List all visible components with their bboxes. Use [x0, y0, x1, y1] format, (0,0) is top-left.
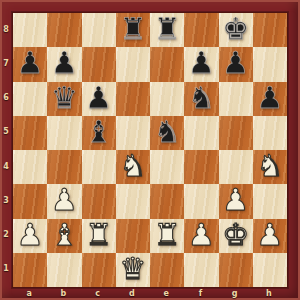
square-b5[interactable]: [47, 116, 81, 150]
file-label-e: e: [149, 287, 183, 299]
square-f1[interactable]: [184, 253, 218, 287]
black-pawn-b7: ♟: [51, 48, 78, 78]
square-d7[interactable]: [116, 47, 150, 81]
square-a1[interactable]: [13, 253, 47, 287]
rank-label-5: 5: [0, 115, 12, 149]
file-label-g: g: [218, 287, 252, 299]
square-e4[interactable]: [150, 150, 184, 184]
white-rook-c2: ♜: [85, 220, 112, 250]
square-e1[interactable]: [150, 253, 184, 287]
rank-label-6: 6: [0, 81, 12, 115]
white-pawn-g3: ♟: [222, 185, 249, 215]
black-pawn-f7: ♟: [188, 48, 215, 78]
chess-board: ♜♜♚♟♟♟♟♛♟♞♟♝♞♞♞♟♟♟♝♜♜♟♚♟♛: [12, 12, 288, 288]
black-pawn-h6: ♟: [256, 83, 283, 113]
white-pawn-b3: ♟: [51, 185, 78, 215]
file-label-d: d: [115, 287, 149, 299]
square-e5[interactable]: ♞: [150, 116, 184, 150]
square-d8[interactable]: ♜: [116, 13, 150, 47]
square-a7[interactable]: ♟: [13, 47, 47, 81]
square-b2[interactable]: ♝: [47, 219, 81, 253]
square-d4[interactable]: ♞: [116, 150, 150, 184]
square-f4[interactable]: [184, 150, 218, 184]
square-a5[interactable]: [13, 116, 47, 150]
square-c4[interactable]: [82, 150, 116, 184]
square-g7[interactable]: ♟: [219, 47, 253, 81]
square-d2[interactable]: [116, 219, 150, 253]
square-d3[interactable]: [116, 184, 150, 218]
square-a8[interactable]: [13, 13, 47, 47]
rank-label-2: 2: [0, 218, 12, 252]
black-bishop-c5: ♝: [85, 117, 112, 147]
square-f8[interactable]: [184, 13, 218, 47]
black-pawn-a7: ♟: [17, 48, 44, 78]
white-rook-e2: ♜: [154, 220, 181, 250]
square-a3[interactable]: [13, 184, 47, 218]
black-knight-f6: ♞: [188, 83, 215, 113]
square-h3[interactable]: [253, 184, 287, 218]
square-f6[interactable]: ♞: [184, 82, 218, 116]
black-rook-e8: ♜: [154, 14, 181, 44]
square-g8[interactable]: ♚: [219, 13, 253, 47]
square-f5[interactable]: [184, 116, 218, 150]
white-pawn-a2: ♟: [17, 220, 44, 250]
rank-label-3: 3: [0, 183, 12, 217]
square-g2[interactable]: ♚: [219, 219, 253, 253]
square-e7[interactable]: [150, 47, 184, 81]
square-h6[interactable]: ♟: [253, 82, 287, 116]
rank-label-8: 8: [0, 12, 12, 46]
file-label-f: f: [183, 287, 217, 299]
square-c8[interactable]: [82, 13, 116, 47]
square-e3[interactable]: [150, 184, 184, 218]
white-knight-h4: ♞: [256, 151, 283, 181]
square-h2[interactable]: ♟: [253, 219, 287, 253]
black-pawn-c6: ♟: [85, 83, 112, 113]
square-h7[interactable]: [253, 47, 287, 81]
square-b4[interactable]: [47, 150, 81, 184]
square-h8[interactable]: [253, 13, 287, 47]
white-king-g2: ♚: [222, 220, 249, 250]
square-b1[interactable]: [47, 253, 81, 287]
square-h5[interactable]: [253, 116, 287, 150]
square-d5[interactable]: [116, 116, 150, 150]
file-label-h: h: [252, 287, 286, 299]
white-pawn-h2: ♟: [256, 220, 283, 250]
file-label-c: c: [81, 287, 115, 299]
square-g4[interactable]: [219, 150, 253, 184]
square-h1[interactable]: [253, 253, 287, 287]
square-b3[interactable]: ♟: [47, 184, 81, 218]
black-knight-e5: ♞: [154, 117, 181, 147]
square-a2[interactable]: ♟: [13, 219, 47, 253]
black-queen-b6: ♛: [51, 83, 78, 113]
square-g3[interactable]: ♟: [219, 184, 253, 218]
rank-label-1: 1: [0, 252, 12, 286]
square-c2[interactable]: ♜: [82, 219, 116, 253]
square-a6[interactable]: [13, 82, 47, 116]
square-c6[interactable]: ♟: [82, 82, 116, 116]
black-king-g8: ♚: [222, 14, 249, 44]
square-h4[interactable]: ♞: [253, 150, 287, 184]
rank-label-4: 4: [0, 149, 12, 183]
square-c7[interactable]: [82, 47, 116, 81]
white-pawn-f2: ♟: [188, 220, 215, 250]
rank-label-7: 7: [0, 46, 12, 80]
file-label-b: b: [46, 287, 80, 299]
black-rook-d8: ♜: [119, 14, 146, 44]
square-a4[interactable]: [13, 150, 47, 184]
square-e2[interactable]: ♜: [150, 219, 184, 253]
square-g6[interactable]: [219, 82, 253, 116]
white-knight-d4: ♞: [119, 151, 146, 181]
square-b6[interactable]: ♛: [47, 82, 81, 116]
white-bishop-b2: ♝: [51, 220, 78, 250]
white-queen-d1: ♛: [119, 254, 146, 284]
square-b7[interactable]: ♟: [47, 47, 81, 81]
file-label-a: a: [12, 287, 46, 299]
square-f2[interactable]: ♟: [184, 219, 218, 253]
square-d1[interactable]: ♛: [116, 253, 150, 287]
square-e6[interactable]: [150, 82, 184, 116]
square-g1[interactable]: [219, 253, 253, 287]
square-c5[interactable]: ♝: [82, 116, 116, 150]
square-f3[interactable]: [184, 184, 218, 218]
square-b8[interactable]: [47, 13, 81, 47]
square-f7[interactable]: ♟: [184, 47, 218, 81]
square-c1[interactable]: [82, 253, 116, 287]
square-d6[interactable]: [116, 82, 150, 116]
square-c3[interactable]: [82, 184, 116, 218]
black-pawn-g7: ♟: [222, 48, 249, 78]
square-g5[interactable]: [219, 116, 253, 150]
board-frame: ♜♜♚♟♟♟♟♛♟♞♟♝♞♞♞♟♟♟♝♜♜♟♚♟♛ 87654321 abcde…: [0, 0, 300, 300]
square-e8[interactable]: ♜: [150, 13, 184, 47]
